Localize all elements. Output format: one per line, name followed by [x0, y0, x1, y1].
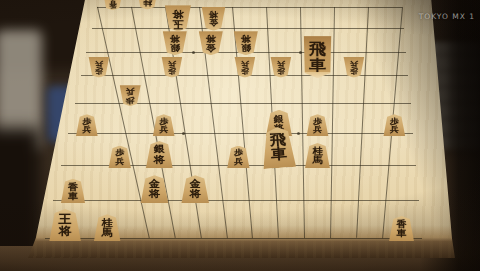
broadcaster-watermark: TOKYO MX 1 — [419, 12, 475, 21]
shogi-board[interactable] — [25, 0, 458, 258]
anime-shogi-scene: 香車桂馬玉将金将銀将金将銀将歩兵歩兵歩兵歩兵飛車歩兵歩兵歩兵歩兵銀将歩兵歩兵歩兵… — [0, 0, 480, 271]
background-wall — [0, 30, 42, 150]
